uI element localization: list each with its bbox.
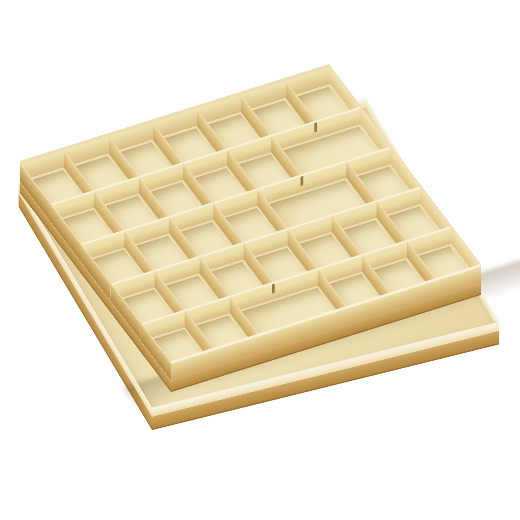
sorting-tray-surface (19, 84, 480, 381)
sorting-tray (78, 60, 423, 405)
divider-slot-mark (272, 283, 275, 293)
divider-slot-mark (300, 175, 303, 185)
product-photo-stage (0, 0, 520, 520)
divider-slot-mark (314, 122, 317, 132)
